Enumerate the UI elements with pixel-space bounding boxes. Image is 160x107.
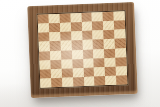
- board-square: [82, 40, 93, 50]
- board-square: [93, 30, 104, 40]
- board-square: [49, 23, 60, 33]
- board-square: [81, 22, 92, 32]
- board-square: [51, 78, 62, 88]
- board-square: [38, 33, 49, 43]
- board-square: [93, 49, 104, 59]
- board-square: [38, 14, 49, 24]
- board-square: [93, 40, 104, 50]
- board-square: [71, 31, 82, 41]
- board-square: [72, 50, 83, 60]
- board-square: [92, 21, 103, 31]
- board-square: [114, 20, 125, 30]
- board-square: [61, 50, 72, 60]
- photo-background: [0, 0, 160, 107]
- board-square: [82, 31, 93, 41]
- board-square: [105, 57, 116, 67]
- board-square: [38, 23, 49, 33]
- board-square: [51, 69, 62, 79]
- board-square: [61, 68, 72, 78]
- board-square: [72, 68, 83, 78]
- board-square: [40, 78, 51, 88]
- board-square: [83, 67, 94, 77]
- board-square: [81, 13, 92, 23]
- board-square: [71, 22, 82, 32]
- board-square: [103, 21, 114, 31]
- board-square: [39, 60, 50, 70]
- board-square: [115, 39, 126, 49]
- board-square: [40, 69, 51, 79]
- board-square: [72, 59, 83, 69]
- board-square: [94, 67, 105, 77]
- board-square: [116, 66, 127, 76]
- board-square: [50, 59, 61, 69]
- board-square: [105, 66, 116, 76]
- board-square: [115, 57, 126, 67]
- board-square: [82, 49, 93, 59]
- board-square: [62, 77, 73, 87]
- chessboard: [27, 2, 138, 98]
- board-square: [94, 58, 105, 68]
- board-square: [39, 51, 50, 61]
- board-square: [71, 40, 82, 50]
- board-square: [103, 30, 114, 40]
- board-square: [115, 48, 126, 58]
- playing-field: [37, 10, 129, 89]
- board-square: [50, 41, 61, 51]
- board-square: [73, 77, 84, 87]
- board-square: [116, 75, 127, 85]
- board-square: [103, 12, 114, 22]
- board-square: [70, 13, 81, 23]
- board-square: [114, 11, 125, 21]
- board-square: [60, 41, 71, 51]
- board-square: [61, 59, 72, 69]
- board-square: [60, 23, 71, 33]
- board-square: [60, 32, 71, 42]
- board-square: [105, 76, 116, 86]
- board-square: [50, 50, 61, 60]
- board-square: [114, 30, 125, 40]
- board-square: [84, 76, 95, 86]
- board-square: [49, 32, 60, 42]
- board-square: [48, 14, 59, 24]
- board-square: [104, 39, 115, 49]
- board-square: [39, 42, 50, 52]
- board-square: [94, 76, 105, 86]
- board-square: [59, 13, 70, 23]
- board-square: [92, 12, 103, 22]
- board-square: [104, 48, 115, 58]
- board-square: [83, 58, 94, 68]
